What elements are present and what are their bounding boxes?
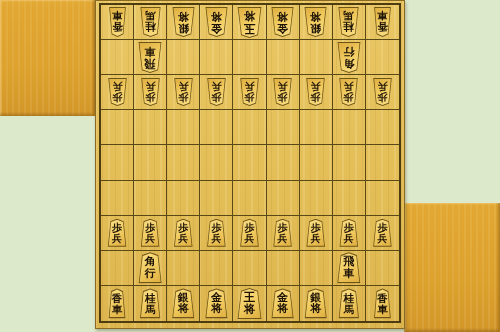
board-cell-7e[interactable] — [167, 145, 200, 180]
board-cell-9g[interactable]: 歩兵 — [101, 216, 134, 251]
board-cell-2b[interactable]: 角行 — [333, 40, 366, 75]
piece-kanji: 兵 — [211, 81, 221, 92]
board-cell-1d[interactable] — [366, 110, 399, 145]
piece-kanji: 車 — [112, 11, 123, 22]
board-cell-4g[interactable]: 歩兵 — [267, 216, 300, 251]
board-cell-2c[interactable]: 歩兵 — [333, 75, 366, 110]
piece-kanji: 兵 — [377, 81, 387, 92]
piece-kanji: 歩 — [377, 92, 387, 103]
board-cell-9d[interactable] — [101, 110, 134, 145]
piece-kanji: 兵 — [344, 233, 354, 244]
piece-kanji: 玉 — [244, 22, 256, 34]
piece-kanji: 将 — [178, 303, 189, 315]
piece-kanji: 馬 — [145, 303, 156, 314]
piece-kanji: 角 — [343, 57, 354, 69]
shogi-piece-gote[interactable]: 飛車 — [137, 42, 163, 73]
piece-kanji: 飛 — [145, 57, 156, 69]
shogi-piece-gote[interactable]: 桂馬 — [139, 7, 162, 37]
board-cell-1f[interactable] — [366, 181, 399, 216]
board-cell-4i[interactable]: 金将 — [267, 286, 300, 321]
piece-kanji: 歩 — [344, 222, 354, 233]
board-cell-8c[interactable]: 歩兵 — [134, 75, 167, 110]
board-cell-9e[interactable] — [101, 145, 134, 180]
board-cell-5h[interactable] — [233, 251, 266, 286]
piece-kanji: 兵 — [278, 233, 288, 244]
piece-kanji: 将 — [244, 303, 256, 315]
shogi-piece-gote[interactable]: 香車 — [108, 7, 127, 37]
board-cell-2g[interactable]: 歩兵 — [333, 216, 366, 251]
board-cell-2f[interactable] — [333, 181, 366, 216]
board-cell-8f[interactable] — [134, 181, 167, 216]
board-cell-3f[interactable] — [300, 181, 333, 216]
board-cell-5b[interactable] — [233, 40, 266, 75]
piece-kanji: 行 — [145, 268, 156, 280]
shogi-piece-gote[interactable]: 歩兵 — [107, 78, 128, 106]
board-cell-4a[interactable]: 金将 — [267, 5, 300, 40]
board-cell-8d[interactable] — [134, 110, 167, 145]
piece-kanji: 兵 — [145, 81, 155, 92]
shogi-piece-sente[interactable]: 飛車 — [336, 252, 362, 283]
shogi-piece-gote[interactable]: 金将 — [270, 7, 295, 37]
shogi-piece-sente[interactable]: 歩兵 — [206, 219, 227, 247]
shogi-piece-sente[interactable]: 王将 — [236, 288, 263, 319]
piece-kanji: 歩 — [178, 92, 188, 103]
board-cell-3i[interactable]: 銀将 — [300, 286, 333, 321]
board-cell-9b[interactable] — [101, 40, 134, 75]
shogi-piece-sente[interactable]: 歩兵 — [272, 219, 293, 247]
board-cell-8e[interactable] — [134, 145, 167, 180]
shogi-piece-gote[interactable]: 歩兵 — [173, 78, 194, 106]
board-cell-8g[interactable]: 歩兵 — [134, 216, 167, 251]
board-cell-8b[interactable]: 飛車 — [134, 40, 167, 75]
piece-kanji: 香 — [377, 22, 388, 33]
board-cell-5e[interactable] — [233, 145, 266, 180]
shogi-piece-sente[interactable]: 桂馬 — [139, 288, 162, 318]
shogi-piece-sente[interactable]: 歩兵 — [173, 219, 194, 247]
piece-kanji: 桂 — [344, 292, 355, 303]
shogi-piece-sente[interactable]: 歩兵 — [305, 219, 326, 247]
shogi-piece-sente[interactable]: 歩兵 — [372, 219, 393, 247]
board-cell-2h[interactable]: 飛車 — [333, 251, 366, 286]
board-cell-3d[interactable] — [300, 110, 333, 145]
piece-kanji: 行 — [343, 45, 354, 57]
shogi-piece-sente[interactable]: 金将 — [270, 288, 295, 318]
piece-kanji: 馬 — [145, 11, 156, 22]
piece-kanji: 香 — [377, 292, 388, 303]
board-cell-3a[interactable]: 銀将 — [300, 5, 333, 40]
board-cell-5a[interactable]: 玉将 — [233, 5, 266, 40]
shogi-piece-gote[interactable]: 玉将 — [236, 7, 263, 38]
shogi-piece-sente[interactable]: 歩兵 — [107, 219, 128, 247]
piece-kanji: 歩 — [278, 92, 288, 103]
board-cell-6g[interactable]: 歩兵 — [200, 216, 233, 251]
piece-kanji: 車 — [343, 268, 354, 280]
board-cell-4d[interactable] — [267, 110, 300, 145]
board-cell-4c[interactable]: 歩兵 — [267, 75, 300, 110]
board-cell-4h[interactable] — [267, 251, 300, 286]
piece-kanji: 車 — [145, 45, 156, 57]
piece-kanji: 将 — [211, 303, 222, 315]
piece-kanji: 将 — [310, 10, 321, 22]
piece-kanji: 将 — [277, 303, 288, 315]
piece-kanji: 兵 — [145, 233, 155, 244]
shogi-piece-gote[interactable]: 桂馬 — [337, 7, 360, 37]
board-cell-7i[interactable]: 銀将 — [167, 286, 200, 321]
board-cell-7c[interactable]: 歩兵 — [167, 75, 200, 110]
board-cell-5f[interactable] — [233, 181, 266, 216]
piece-kanji: 香 — [112, 292, 123, 303]
piece-kanji: 兵 — [178, 233, 188, 244]
shogi-piece-gote[interactable]: 銀将 — [171, 7, 196, 37]
board-grid: 香車桂馬銀将金将玉将金将銀将桂馬香車飛車角行歩兵歩兵歩兵歩兵歩兵歩兵歩兵歩兵歩兵… — [99, 3, 401, 323]
shogi-piece-sente[interactable]: 銀将 — [171, 288, 196, 318]
board-cell-1c[interactable]: 歩兵 — [366, 75, 399, 110]
shogi-piece-sente[interactable]: 香車 — [373, 288, 392, 318]
piece-kanji: 将 — [277, 10, 288, 22]
piece-kanji: 車 — [112, 303, 123, 314]
piece-kanji: 歩 — [311, 222, 321, 233]
piece-kanji: 馬 — [344, 303, 355, 314]
board-cell-1b[interactable] — [366, 40, 399, 75]
piece-kanji: 将 — [211, 10, 222, 22]
board-cell-6a[interactable]: 金将 — [200, 5, 233, 40]
board-cell-1g[interactable]: 歩兵 — [366, 216, 399, 251]
piece-kanji: 歩 — [244, 92, 254, 103]
board-cell-3b[interactable] — [300, 40, 333, 75]
piece-kanji: 歩 — [278, 222, 288, 233]
board-cell-3h[interactable] — [300, 251, 333, 286]
shogi-piece-sente[interactable]: 金将 — [204, 288, 229, 318]
board-cell-5i[interactable]: 王将 — [233, 286, 266, 321]
piece-kanji: 兵 — [112, 233, 122, 244]
shogi-piece-gote[interactable]: 金将 — [204, 7, 229, 37]
piece-kanji: 兵 — [178, 81, 188, 92]
piece-kanji: 兵 — [112, 81, 122, 92]
piece-kanji: 兵 — [377, 233, 387, 244]
board-cell-2i[interactable]: 桂馬 — [333, 286, 366, 321]
piece-kanji: 桂 — [344, 22, 355, 33]
shogi-piece-gote[interactable]: 角行 — [336, 42, 362, 73]
board-cell-6b[interactable] — [200, 40, 233, 75]
piece-kanji: 歩 — [211, 92, 221, 103]
shogi-piece-gote[interactable]: 歩兵 — [272, 78, 293, 106]
piece-stand-top-left[interactable] — [0, 0, 95, 116]
board-cell-1i[interactable]: 香車 — [366, 286, 399, 321]
board-cell-1h[interactable] — [366, 251, 399, 286]
piece-kanji: 兵 — [311, 81, 321, 92]
shogi-piece-sente[interactable]: 歩兵 — [140, 219, 161, 247]
piece-kanji: 歩 — [145, 92, 155, 103]
board-cell-6f[interactable] — [200, 181, 233, 216]
board-cell-1a[interactable]: 香車 — [366, 5, 399, 40]
piece-kanji: 銀 — [310, 22, 321, 34]
piece-kanji: 金 — [211, 22, 222, 34]
piece-kanji: 金 — [277, 22, 288, 34]
board-cell-3c[interactable]: 歩兵 — [300, 75, 333, 110]
piece-kanji: 馬 — [344, 11, 355, 22]
piece-kanji: 歩 — [112, 92, 122, 103]
piece-kanji: 将 — [310, 303, 321, 315]
piece-kanji: 将 — [178, 10, 189, 22]
piece-kanji: 歩 — [311, 92, 321, 103]
shogi-piece-gote[interactable]: 歩兵 — [206, 78, 227, 106]
board-cell-7b[interactable] — [167, 40, 200, 75]
board-cell-3e[interactable] — [300, 145, 333, 180]
piece-kanji: 兵 — [244, 233, 254, 244]
board-cell-4e[interactable] — [267, 145, 300, 180]
board-cell-9h[interactable] — [101, 251, 134, 286]
shogi-piece-gote[interactable]: 銀将 — [303, 7, 328, 37]
board-cell-9c[interactable]: 歩兵 — [101, 75, 134, 110]
shogi-piece-sente[interactable]: 歩兵 — [239, 219, 260, 247]
piece-kanji: 香 — [112, 22, 123, 33]
board-cell-8i[interactable]: 桂馬 — [134, 286, 167, 321]
board-cell-1e[interactable] — [366, 145, 399, 180]
board-cell-2e[interactable] — [333, 145, 366, 180]
piece-kanji: 銀 — [178, 22, 189, 34]
shogi-piece-gote[interactable]: 歩兵 — [140, 78, 161, 106]
shogi-board: 香車桂馬銀将金将玉将金将銀将桂馬香車飛車角行歩兵歩兵歩兵歩兵歩兵歩兵歩兵歩兵歩兵… — [95, 0, 405, 329]
piece-kanji: 兵 — [311, 233, 321, 244]
board-cell-8a[interactable]: 桂馬 — [134, 5, 167, 40]
board-cell-5c[interactable]: 歩兵 — [233, 75, 266, 110]
board-cell-6h[interactable] — [200, 251, 233, 286]
piece-kanji: 兵 — [244, 81, 254, 92]
shogi-piece-gote[interactable]: 歩兵 — [338, 78, 359, 106]
board-cell-6i[interactable]: 金将 — [200, 286, 233, 321]
board-cell-7d[interactable] — [167, 110, 200, 145]
piece-kanji: 歩 — [112, 222, 122, 233]
board-cell-8h[interactable]: 角行 — [134, 251, 167, 286]
shogi-piece-sente[interactable]: 角行 — [137, 252, 163, 283]
piece-kanji: 兵 — [344, 81, 354, 92]
piece-kanji: 歩 — [244, 222, 254, 233]
board-cell-9i[interactable]: 香車 — [101, 286, 134, 321]
board-cell-7g[interactable]: 歩兵 — [167, 216, 200, 251]
board-cell-6d[interactable] — [200, 110, 233, 145]
piece-kanji: 桂 — [145, 292, 156, 303]
shogi-piece-sente[interactable]: 香車 — [108, 288, 127, 318]
board-cell-9a[interactable]: 香車 — [101, 5, 134, 40]
board-cell-4f[interactable] — [267, 181, 300, 216]
shogi-piece-gote[interactable]: 歩兵 — [239, 78, 260, 106]
board-cell-6c[interactable]: 歩兵 — [200, 75, 233, 110]
board-cell-4b[interactable] — [267, 40, 300, 75]
board-cell-7a[interactable]: 銀将 — [167, 5, 200, 40]
shogi-piece-gote[interactable]: 歩兵 — [372, 78, 393, 106]
shogi-piece-sente[interactable]: 歩兵 — [338, 219, 359, 247]
board-cell-6e[interactable] — [200, 145, 233, 180]
piece-kanji: 歩 — [377, 222, 387, 233]
board-cell-3g[interactable]: 歩兵 — [300, 216, 333, 251]
piece-kanji: 桂 — [145, 22, 156, 33]
shogi-piece-sente[interactable]: 銀将 — [303, 288, 328, 318]
piece-kanji: 歩 — [178, 222, 188, 233]
piece-kanji: 歩 — [145, 222, 155, 233]
board-cell-2d[interactable] — [333, 110, 366, 145]
shogi-piece-sente[interactable]: 桂馬 — [337, 288, 360, 318]
board-cell-5d[interactable] — [233, 110, 266, 145]
piece-kanji: 兵 — [211, 233, 221, 244]
board-cell-7f[interactable] — [167, 181, 200, 216]
shogi-app-background: 香車桂馬銀将金将玉将金将銀将桂馬香車飛車角行歩兵歩兵歩兵歩兵歩兵歩兵歩兵歩兵歩兵… — [0, 0, 500, 332]
piece-kanji: 将 — [244, 10, 256, 22]
board-cell-9f[interactable] — [101, 181, 134, 216]
shogi-piece-gote[interactable]: 歩兵 — [305, 78, 326, 106]
board-cell-7h[interactable] — [167, 251, 200, 286]
piece-kanji: 車 — [377, 303, 388, 314]
piece-kanji: 歩 — [344, 92, 354, 103]
board-cell-5g[interactable]: 歩兵 — [233, 216, 266, 251]
piece-kanji: 兵 — [278, 81, 288, 92]
piece-stand-bottom-right[interactable] — [404, 203, 500, 332]
piece-kanji: 歩 — [211, 222, 221, 233]
board-cell-2a[interactable]: 桂馬 — [333, 5, 366, 40]
piece-kanji: 車 — [377, 11, 388, 22]
shogi-piece-gote[interactable]: 香車 — [373, 7, 392, 37]
